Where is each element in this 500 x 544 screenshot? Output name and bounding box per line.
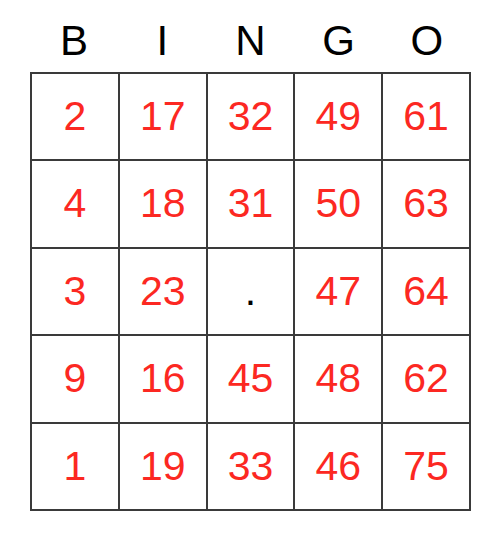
- bingo-cell-r4c2[interactable]: 33: [208, 424, 294, 509]
- bingo-cell-r3c0[interactable]: 9: [32, 336, 118, 421]
- bingo-cell-r0c2[interactable]: 32: [208, 74, 294, 159]
- bingo-cell-r1c0[interactable]: 4: [32, 161, 118, 246]
- bingo-cell-r1c4[interactable]: 63: [383, 161, 469, 246]
- bingo-cell-r4c3[interactable]: 46: [295, 424, 381, 509]
- bingo-cell-r3c1[interactable]: 16: [120, 336, 206, 421]
- bingo-cell-r0c3[interactable]: 49: [295, 74, 381, 159]
- header-letter-b: B: [30, 18, 118, 64]
- bingo-cell-r4c0[interactable]: 1: [32, 424, 118, 509]
- free-space-cell[interactable]: .: [208, 249, 294, 334]
- bingo-cell-r3c2[interactable]: 45: [208, 336, 294, 421]
- bingo-cell-r0c0[interactable]: 2: [32, 74, 118, 159]
- bingo-cell-r4c4[interactable]: 75: [383, 424, 469, 509]
- header-letter-i: I: [118, 18, 206, 64]
- header-letter-g: G: [295, 18, 383, 64]
- bingo-cell-r0c1[interactable]: 17: [120, 74, 206, 159]
- bingo-cell-r1c3[interactable]: 50: [295, 161, 381, 246]
- bingo-cell-r1c2[interactable]: 31: [208, 161, 294, 246]
- bingo-cell-r4c1[interactable]: 19: [120, 424, 206, 509]
- header-letter-o: O: [383, 18, 471, 64]
- bingo-cell-r3c4[interactable]: 62: [383, 336, 469, 421]
- bingo-card-grid: 2 17 32 49 61 4 18 31 50 63 3 23 . 47 64…: [30, 72, 471, 511]
- bingo-cell-r0c4[interactable]: 61: [383, 74, 469, 159]
- bingo-cell-r2c4[interactable]: 64: [383, 249, 469, 334]
- bingo-cell-r2c1[interactable]: 23: [120, 249, 206, 334]
- bingo-cell-r3c3[interactable]: 48: [295, 336, 381, 421]
- header-letter-n: N: [206, 18, 294, 64]
- bingo-cell-r2c0[interactable]: 3: [32, 249, 118, 334]
- bingo-header: B I N G O: [30, 18, 471, 64]
- bingo-cell-r1c1[interactable]: 18: [120, 161, 206, 246]
- bingo-cell-r2c3[interactable]: 47: [295, 249, 381, 334]
- bingo-card-page: B I N G O 2 17 32 49 61 4 18 31 50 63 3 …: [0, 0, 500, 544]
